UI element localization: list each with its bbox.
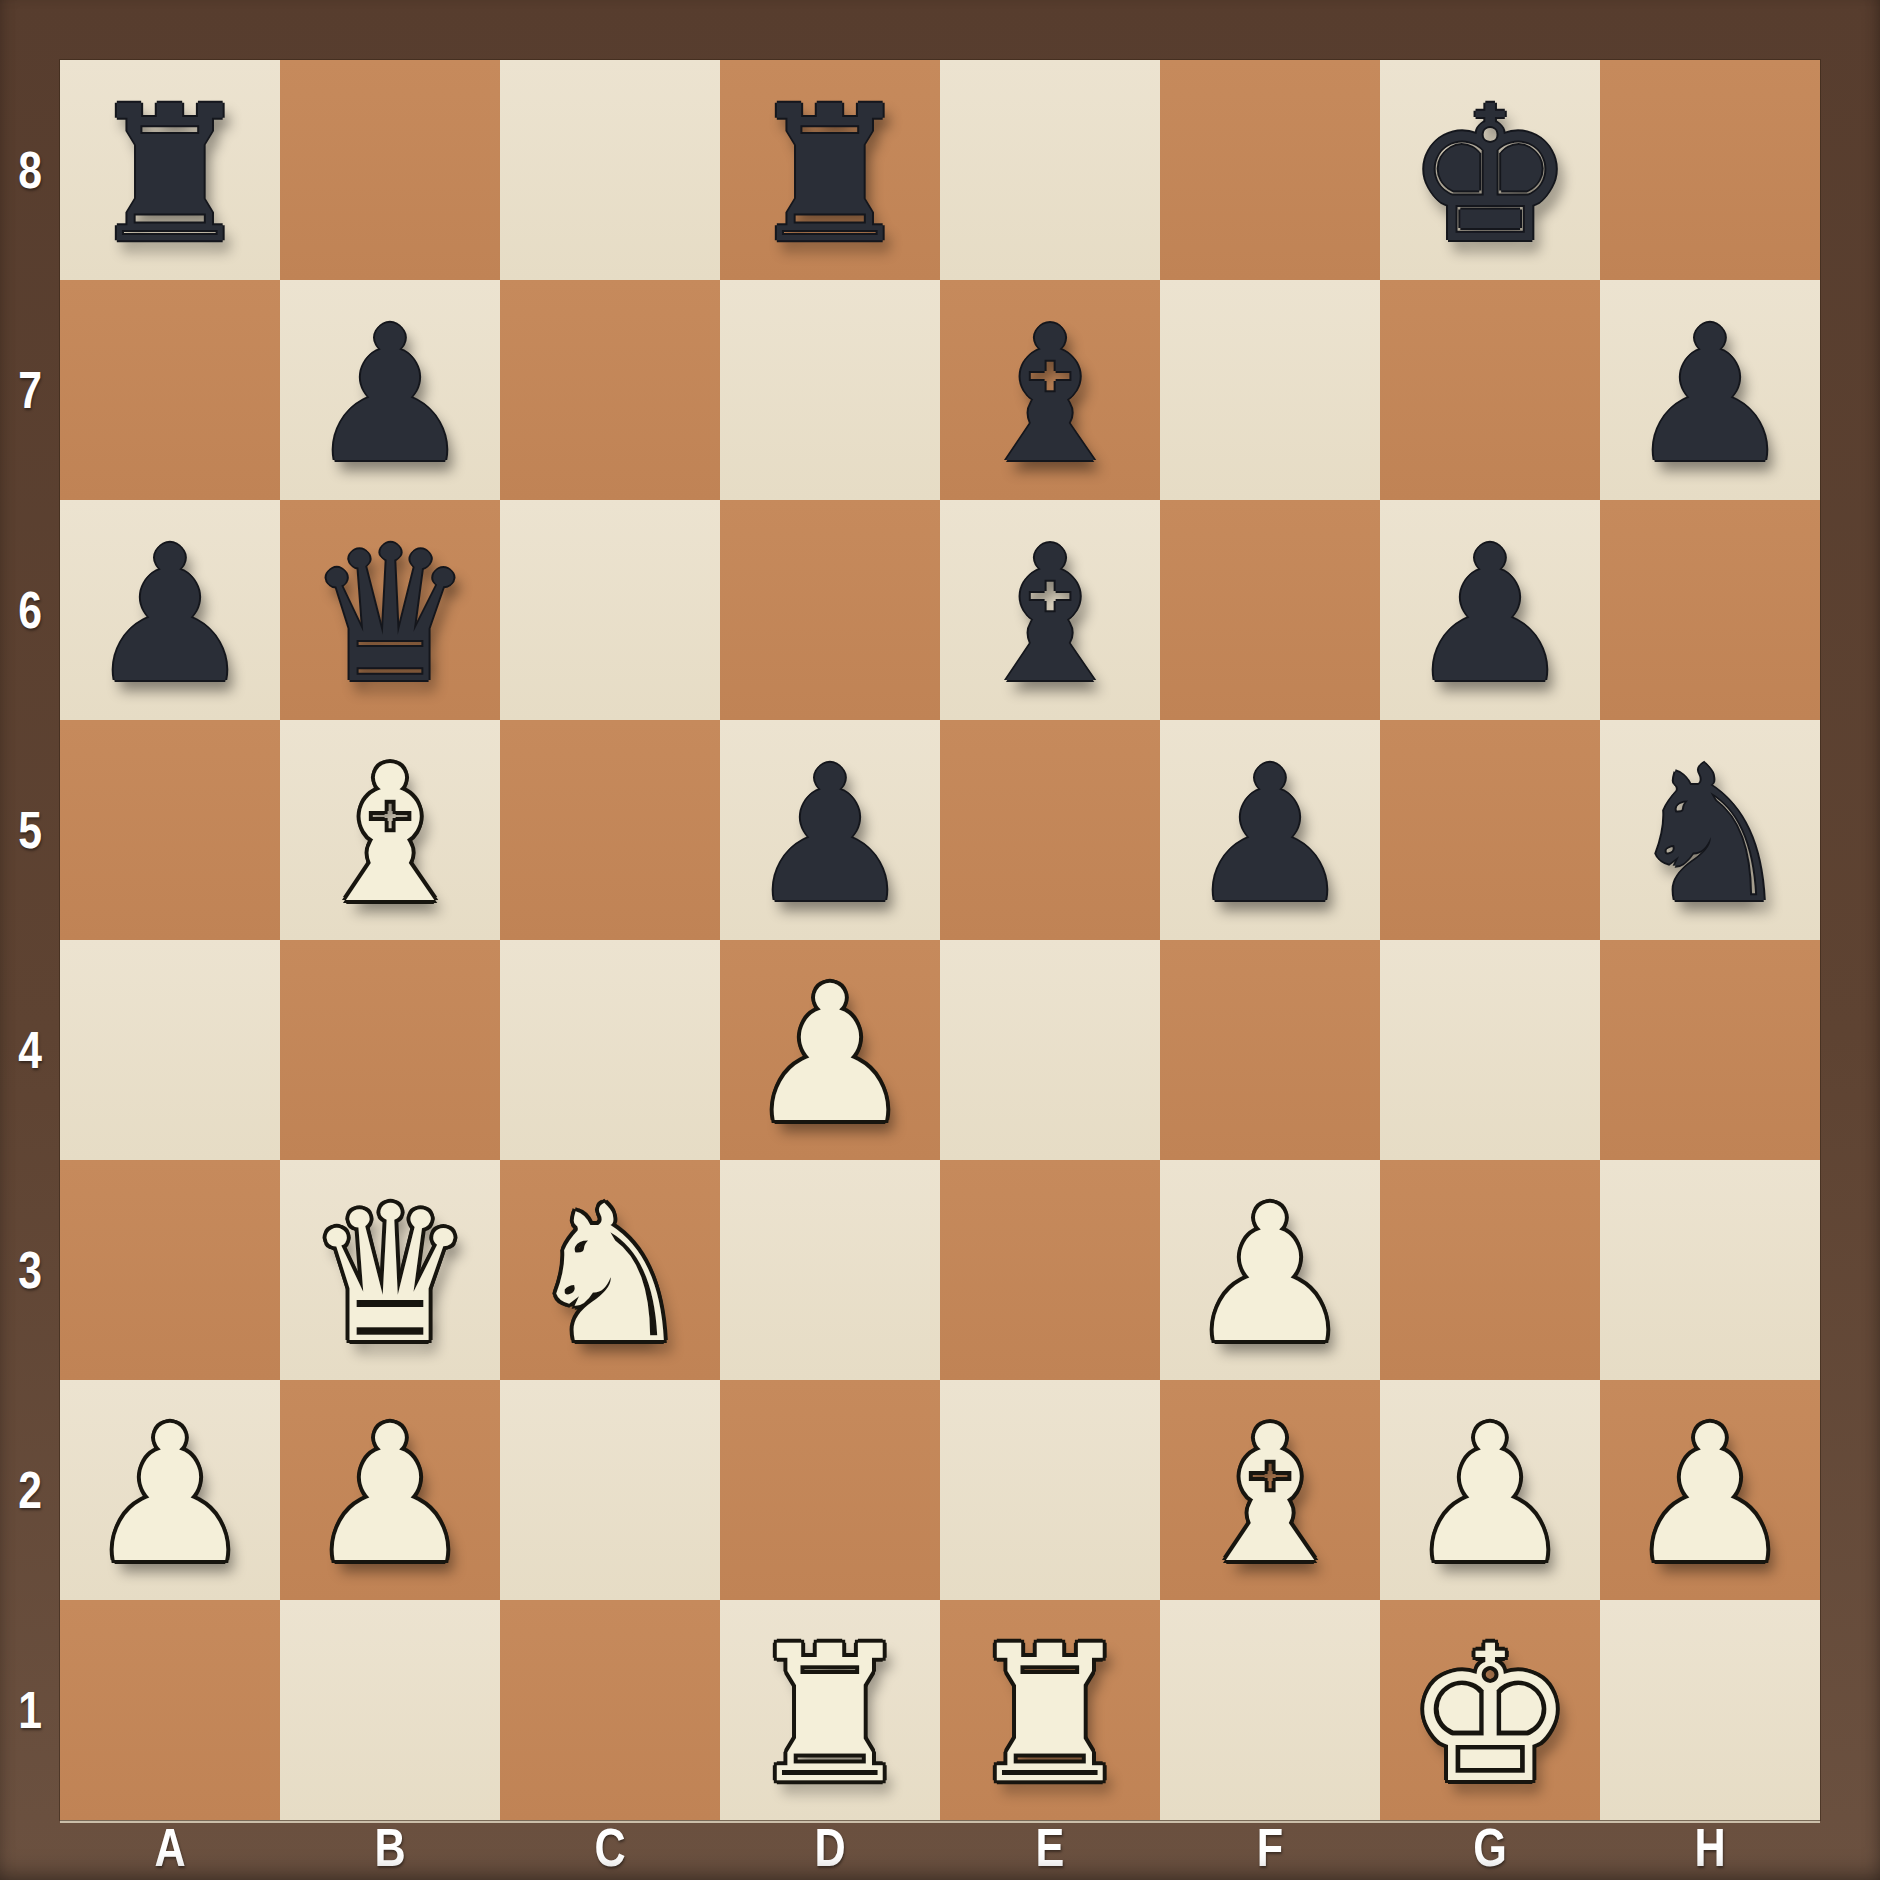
square-e7[interactable]: ♝ (940, 280, 1160, 500)
piece-white-knight-c3[interactable]: ♞ (526, 1165, 695, 1385)
square-e2[interactable] (940, 1380, 1160, 1600)
square-h6[interactable] (1600, 500, 1820, 720)
square-h7[interactable]: ♟ (1600, 280, 1820, 500)
square-g2[interactable]: ♟ (1380, 1380, 1600, 1600)
piece-black-pawn-a6[interactable]: ♟ (86, 505, 255, 725)
piece-black-rook-d8[interactable]: ♜ (746, 65, 915, 285)
piece-black-bishop-e7[interactable]: ♝ (966, 285, 1135, 505)
square-c4[interactable] (500, 940, 720, 1160)
square-a2[interactable]: ♟ (60, 1380, 280, 1600)
square-b8[interactable] (280, 60, 500, 280)
piece-white-bishop-f2[interactable]: ♝ (1186, 1385, 1355, 1605)
square-e6[interactable]: ♝ (940, 500, 1160, 720)
piece-black-pawn-d5[interactable]: ♟ (746, 725, 915, 945)
board-frame: ♜♜♚♟♝♟♟♛♝♟♝♟♟♞♟♛♞♟♟♟♝♟♟♜♜♚ 87654321 ABCD… (0, 0, 1880, 1880)
square-d5[interactable]: ♟ (720, 720, 940, 940)
file-label-h: H (1622, 1820, 1798, 1880)
square-h1[interactable] (1600, 1600, 1820, 1820)
square-b6[interactable]: ♛ (280, 500, 500, 720)
piece-white-rook-e1[interactable]: ♜ (966, 1605, 1135, 1825)
square-f4[interactable] (1160, 940, 1380, 1160)
square-c6[interactable] (500, 500, 720, 720)
piece-black-king-g8[interactable]: ♚ (1406, 65, 1575, 285)
square-a6[interactable]: ♟ (60, 500, 280, 720)
file-label-a: A (82, 1820, 258, 1880)
square-d6[interactable] (720, 500, 940, 720)
square-a5[interactable] (60, 720, 280, 940)
piece-black-pawn-b7[interactable]: ♟ (306, 285, 475, 505)
piece-black-pawn-h7[interactable]: ♟ (1626, 285, 1795, 505)
square-f6[interactable] (1160, 500, 1380, 720)
square-h5[interactable]: ♞ (1600, 720, 1820, 940)
rank-label-5: 5 (5, 720, 54, 940)
file-label-c: C (522, 1820, 698, 1880)
file-label-b: B (302, 1820, 478, 1880)
square-g5[interactable] (1380, 720, 1600, 940)
piece-white-king-g1[interactable]: ♚ (1406, 1605, 1575, 1825)
square-b4[interactable] (280, 940, 500, 1160)
piece-white-pawn-d4[interactable]: ♟ (746, 945, 915, 1165)
square-f2[interactable]: ♝ (1160, 1380, 1380, 1600)
file-label-d: D (742, 1820, 918, 1880)
square-c3[interactable]: ♞ (500, 1160, 720, 1380)
piece-white-pawn-a2[interactable]: ♟ (86, 1385, 255, 1605)
square-a1[interactable] (60, 1600, 280, 1820)
rank-label-6: 6 (5, 500, 54, 720)
rank-label-1: 1 (5, 1600, 54, 1820)
file-label-e: E (962, 1820, 1138, 1880)
piece-black-rook-a8[interactable]: ♜ (86, 65, 255, 285)
square-b7[interactable]: ♟ (280, 280, 500, 500)
square-e5[interactable] (940, 720, 1160, 940)
rank-label-2: 2 (5, 1380, 54, 1600)
square-h3[interactable] (1600, 1160, 1820, 1380)
square-d4[interactable]: ♟ (720, 940, 940, 1160)
square-b2[interactable]: ♟ (280, 1380, 500, 1600)
square-e8[interactable] (940, 60, 1160, 280)
file-label-g: G (1402, 1820, 1578, 1880)
piece-white-pawn-b2[interactable]: ♟ (306, 1385, 475, 1605)
rank-label-7: 7 (5, 280, 54, 500)
square-c8[interactable] (500, 60, 720, 280)
square-f3[interactable]: ♟ (1160, 1160, 1380, 1380)
square-h2[interactable]: ♟ (1600, 1380, 1820, 1600)
square-d8[interactable]: ♜ (720, 60, 940, 280)
piece-black-knight-h5[interactable]: ♞ (1626, 725, 1795, 945)
square-b3[interactable]: ♛ (280, 1160, 500, 1380)
piece-black-queen-b6[interactable]: ♛ (306, 505, 475, 725)
square-g3[interactable] (1380, 1160, 1600, 1380)
square-c1[interactable] (500, 1600, 720, 1820)
square-a7[interactable] (60, 280, 280, 500)
square-e4[interactable] (940, 940, 1160, 1160)
piece-black-pawn-f5[interactable]: ♟ (1186, 725, 1355, 945)
square-d2[interactable] (720, 1380, 940, 1600)
square-f1[interactable] (1160, 1600, 1380, 1820)
square-c5[interactable] (500, 720, 720, 940)
square-a3[interactable] (60, 1160, 280, 1380)
square-c7[interactable] (500, 280, 720, 500)
square-h8[interactable] (1600, 60, 1820, 280)
square-f5[interactable]: ♟ (1160, 720, 1380, 940)
square-a8[interactable]: ♜ (60, 60, 280, 280)
square-h4[interactable] (1600, 940, 1820, 1160)
square-a4[interactable] (60, 940, 280, 1160)
rank-label-8: 8 (5, 60, 54, 280)
piece-black-bishop-e6[interactable]: ♝ (966, 505, 1135, 725)
square-g7[interactable] (1380, 280, 1600, 500)
square-g4[interactable] (1380, 940, 1600, 1160)
piece-black-pawn-g6[interactable]: ♟ (1406, 505, 1575, 725)
square-e3[interactable] (940, 1160, 1160, 1380)
square-g8[interactable]: ♚ (1380, 60, 1600, 280)
square-e1[interactable]: ♜ (940, 1600, 1160, 1820)
square-g1[interactable]: ♚ (1380, 1600, 1600, 1820)
square-c2[interactable] (500, 1380, 720, 1600)
square-f8[interactable] (1160, 60, 1380, 280)
rank-label-4: 4 (5, 940, 54, 1160)
piece-white-pawn-g2[interactable]: ♟ (1406, 1385, 1575, 1605)
square-b5[interactable]: ♝ (280, 720, 500, 940)
square-b1[interactable] (280, 1600, 500, 1820)
square-d1[interactable]: ♜ (720, 1600, 940, 1820)
piece-white-queen-b3[interactable]: ♛ (306, 1165, 475, 1385)
square-f7[interactable] (1160, 280, 1380, 500)
piece-white-pawn-h2[interactable]: ♟ (1626, 1385, 1795, 1605)
piece-white-bishop-b5[interactable]: ♝ (306, 725, 475, 945)
rank-label-3: 3 (5, 1160, 54, 1380)
piece-white-pawn-f3[interactable]: ♟ (1186, 1165, 1355, 1385)
square-g6[interactable]: ♟ (1380, 500, 1600, 720)
square-d7[interactable] (720, 280, 940, 500)
chess-board: ♜♜♚♟♝♟♟♛♝♟♝♟♟♞♟♛♞♟♟♟♝♟♟♜♜♚ (60, 60, 1820, 1820)
square-d3[interactable] (720, 1160, 940, 1380)
file-label-f: F (1182, 1820, 1358, 1880)
piece-white-rook-d1[interactable]: ♜ (746, 1605, 915, 1825)
